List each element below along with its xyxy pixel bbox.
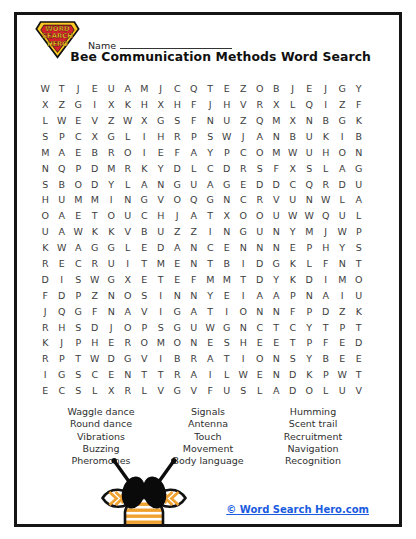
grid-cell: F xyxy=(285,303,302,319)
grid-cell: J xyxy=(169,208,186,224)
grid-cell: I xyxy=(202,224,219,240)
grid-cell: A xyxy=(70,240,87,256)
grid-cell: R xyxy=(103,145,120,161)
grid-cell: L xyxy=(351,208,368,224)
grid-cell: A xyxy=(186,303,203,319)
grid-cell: V xyxy=(120,224,137,240)
grid-cell: O xyxy=(351,272,368,288)
grid-cell: O xyxy=(169,192,186,208)
grid-cell: Q xyxy=(54,303,71,319)
grid-cell: I xyxy=(120,256,137,272)
grid-cell: I xyxy=(87,97,104,113)
grid-cell: B xyxy=(351,129,368,145)
grid-cell: I xyxy=(235,288,252,304)
grid-cell: H xyxy=(318,145,335,161)
grid-cell: I xyxy=(136,129,153,145)
grid-cell: G xyxy=(136,192,153,208)
grid-cell: W xyxy=(120,113,137,129)
grid-cell: L xyxy=(120,240,137,256)
grid-cell: D xyxy=(285,367,302,383)
grid-cell: D xyxy=(318,303,335,319)
grid-cell: P xyxy=(219,145,236,161)
grid-cell: F xyxy=(87,303,104,319)
grid-cell: R xyxy=(120,335,137,351)
grid-cell: U xyxy=(120,208,137,224)
grid-cell: L xyxy=(219,367,236,383)
grid-cell: Y xyxy=(334,240,351,256)
grid-cell: O xyxy=(37,208,54,224)
grid-cell: G xyxy=(120,351,137,367)
grid-cell: Y xyxy=(103,176,120,192)
grid-cell: W xyxy=(285,208,302,224)
grid-cell: J xyxy=(285,81,302,97)
grid-cell: T xyxy=(202,256,219,272)
grid-cell: O xyxy=(301,383,318,399)
grid-cell: V xyxy=(136,351,153,367)
grid-cell: K xyxy=(87,224,104,240)
grid-cell: A xyxy=(186,367,203,383)
grid-cell: R xyxy=(37,351,54,367)
grid-cell: L xyxy=(87,383,104,399)
grid-cell: C xyxy=(54,383,71,399)
grid-cell: U xyxy=(301,129,318,145)
grid-cell: R xyxy=(120,383,137,399)
grid-cell: W xyxy=(202,319,219,335)
grid-cell: R xyxy=(87,256,104,272)
grid-cell: W xyxy=(301,208,318,224)
word-list-item: Scent trail xyxy=(263,418,363,430)
logo-text-hero: HERO xyxy=(47,40,68,48)
grid-cell: O xyxy=(70,176,87,192)
grid-cell: R xyxy=(37,319,54,335)
grid-cell: C xyxy=(136,208,153,224)
grid-cell: A xyxy=(252,129,269,145)
grid-cell: X xyxy=(285,160,302,176)
grid-cell: E xyxy=(219,81,236,97)
grid-cell: C xyxy=(285,319,302,335)
grid-cell: M xyxy=(301,224,318,240)
grid-cell: I xyxy=(334,129,351,145)
grid-cell: G xyxy=(169,176,186,192)
grid-cell: Q xyxy=(318,208,335,224)
grid-cell: N xyxy=(37,160,54,176)
grid-cell: L xyxy=(136,383,153,399)
grid-cell: U xyxy=(285,192,302,208)
word-list-item: Waggle dance xyxy=(45,406,157,418)
grid-cell: I xyxy=(219,303,236,319)
grid-cell: C xyxy=(285,176,302,192)
grid-cell: Y xyxy=(268,272,285,288)
grid-cell: A xyxy=(252,288,269,304)
grid-cell: N xyxy=(252,240,269,256)
grid-cell: P xyxy=(318,367,335,383)
grid-cell: M xyxy=(37,145,54,161)
grid-cell: S xyxy=(70,367,87,383)
grid-cell: D xyxy=(252,176,269,192)
grid-cell: Q xyxy=(252,113,269,129)
grid-cell: K xyxy=(285,272,302,288)
grid-cell: G xyxy=(169,383,186,399)
grid-cell: V xyxy=(153,383,170,399)
grid-cell: A xyxy=(120,303,137,319)
grid-cell: J xyxy=(54,335,71,351)
grid-cell: G xyxy=(268,256,285,272)
grid-cell: K xyxy=(351,113,368,129)
grid-cell: U xyxy=(351,288,368,304)
grid-cell: S xyxy=(136,288,153,304)
grid-cell: E xyxy=(268,335,285,351)
bee-head-icon xyxy=(101,454,187,524)
grid-cell: C xyxy=(235,145,252,161)
grid-cell: S xyxy=(285,351,302,367)
grid-cell: D xyxy=(252,256,269,272)
grid-cell: R xyxy=(169,129,186,145)
grid-cell: N xyxy=(301,113,318,129)
grid-cell: N xyxy=(235,319,252,335)
grid-cell: N xyxy=(186,240,203,256)
grid-cell: A xyxy=(202,351,219,367)
grid-cell: L xyxy=(318,383,335,399)
grid-cell: R xyxy=(169,367,186,383)
grid-cell: N xyxy=(120,192,137,208)
grid-cell: E xyxy=(219,288,236,304)
grid-cell: V xyxy=(186,383,203,399)
grid-cell: N xyxy=(219,192,236,208)
grid-cell: K xyxy=(37,335,54,351)
grid-cell: E xyxy=(136,240,153,256)
grid-cell: T xyxy=(235,272,252,288)
grid-cell: R xyxy=(120,160,137,176)
word-list-item: Vibrations xyxy=(45,431,157,443)
grid-cell: T xyxy=(351,319,368,335)
grid-cell: N xyxy=(301,192,318,208)
grid-cell: X xyxy=(268,97,285,113)
grid-cell: Y xyxy=(202,288,219,304)
grid-cell: L xyxy=(301,256,318,272)
grid-cell: I xyxy=(103,192,120,208)
grid-cell: E xyxy=(70,208,87,224)
grid-cell: R xyxy=(318,176,335,192)
grid-cell: N xyxy=(103,303,120,319)
grid-cell: B xyxy=(219,256,236,272)
grid-cell: U xyxy=(54,192,71,208)
grid-cell: F xyxy=(169,145,186,161)
grid-cell: X xyxy=(153,97,170,113)
grid-cell: D xyxy=(301,272,318,288)
grid-cell: X xyxy=(136,113,153,129)
grid-cell: S xyxy=(70,272,87,288)
grid-cell: U xyxy=(153,224,170,240)
grid-cell: I xyxy=(334,288,351,304)
grid-cell: J xyxy=(70,81,87,97)
grid-cell: G xyxy=(103,129,120,145)
grid-cell: A xyxy=(54,224,71,240)
grid-cell: E xyxy=(334,351,351,367)
grid-cell: M xyxy=(87,192,104,208)
word-list-column-3: Humming Scent trail Recruitment Navigati… xyxy=(263,406,363,467)
grid-cell: O xyxy=(120,319,137,335)
grid-cell: M xyxy=(103,160,120,176)
grid-cell: Y xyxy=(301,319,318,335)
grid-cell: N xyxy=(186,335,203,351)
grid-cell: D xyxy=(169,160,186,176)
grid-cell: S xyxy=(351,240,368,256)
grid-cell: P xyxy=(70,335,87,351)
grid-cell: N xyxy=(169,288,186,304)
grid-cell: O xyxy=(252,208,269,224)
grid-cell: U xyxy=(186,319,203,335)
grid-cell: V xyxy=(87,113,104,129)
grid-cell: Z xyxy=(54,97,71,113)
grid-cell: E xyxy=(103,335,120,351)
grid-cell: C xyxy=(202,240,219,256)
grid-cell: N xyxy=(235,240,252,256)
grid-cell: W xyxy=(87,351,104,367)
grid-cell: T xyxy=(87,208,104,224)
grid-cell: X xyxy=(285,113,302,129)
grid-cell: A xyxy=(268,383,285,399)
grid-cell: X xyxy=(37,97,54,113)
grid-cell: S xyxy=(202,129,219,145)
grid-cell: T xyxy=(202,208,219,224)
grid-cell: E xyxy=(54,256,71,272)
grid-cell: T xyxy=(202,303,219,319)
grid-cell: B xyxy=(318,351,335,367)
grid-cell: C xyxy=(252,319,269,335)
copyright-link[interactable]: © Word Search Hero.com xyxy=(226,504,369,515)
grid-cell: G xyxy=(103,272,120,288)
grid-cell: F xyxy=(186,113,203,129)
grid-cell: S xyxy=(70,383,87,399)
grid-cell: E xyxy=(37,383,54,399)
grid-cell: E xyxy=(153,145,170,161)
grid-cell: J xyxy=(318,81,335,97)
worksheet-border-frame: WORD SEARCH HERO Name Bee Communication … xyxy=(14,12,402,527)
grid-cell: N xyxy=(153,176,170,192)
grid-cell: J xyxy=(37,303,54,319)
grid-cell: F xyxy=(186,97,203,113)
grid-cell: T xyxy=(351,256,368,272)
grid-cell: E xyxy=(334,335,351,351)
grid-cell: W xyxy=(37,81,54,97)
grid-cell: A xyxy=(120,81,137,97)
grid-cell: F xyxy=(351,97,368,113)
grid-cell: R xyxy=(235,160,252,176)
grid-cell: E xyxy=(103,367,120,383)
grid-cell: K xyxy=(103,224,120,240)
grid-cell: D xyxy=(87,319,104,335)
grid-cell: S xyxy=(301,160,318,176)
grid-cell: O xyxy=(235,303,252,319)
grid-cell: V xyxy=(136,303,153,319)
grid-cell: G xyxy=(103,240,120,256)
grid-cell: F xyxy=(202,383,219,399)
grid-cell: C xyxy=(70,256,87,272)
grid-cell: K xyxy=(285,256,302,272)
grid-cell: Q xyxy=(54,160,71,176)
name-blank-line xyxy=(120,39,232,49)
grid-cell: E xyxy=(252,335,269,351)
grid-cell: S xyxy=(37,129,54,145)
grid-cell: G xyxy=(334,113,351,129)
grid-cell: W xyxy=(334,224,351,240)
grid-cell: G xyxy=(235,224,252,240)
grid-cell: U xyxy=(351,176,368,192)
grid-cell: L xyxy=(285,97,302,113)
grid-cell: S xyxy=(37,176,54,192)
grid-cell: A xyxy=(136,176,153,192)
grid-cell: F xyxy=(318,335,335,351)
grid-cell: W xyxy=(235,367,252,383)
grid-cell: H xyxy=(54,319,71,335)
grid-cell: Q xyxy=(186,81,203,97)
grid-cell: Z xyxy=(235,81,252,97)
grid-cell: Z xyxy=(103,113,120,129)
grid-cell: G xyxy=(169,319,186,335)
grid-cell: G xyxy=(351,160,368,176)
grid-cell: H xyxy=(153,208,170,224)
grid-cell: B xyxy=(136,224,153,240)
grid-cell: K xyxy=(136,160,153,176)
grid-cell: E xyxy=(169,272,186,288)
grid-cell: E xyxy=(252,367,269,383)
grid-cell: S xyxy=(153,319,170,335)
grid-cell: X xyxy=(103,97,120,113)
grid-cell: N xyxy=(268,240,285,256)
grid-cell: U xyxy=(219,113,236,129)
grid-cell: A xyxy=(268,288,285,304)
grid-cell: P xyxy=(301,303,318,319)
grid-cell: O xyxy=(120,145,137,161)
grid-cell: R xyxy=(252,192,269,208)
grid-cell: G xyxy=(153,113,170,129)
grid-cell: Z xyxy=(169,224,186,240)
grid-cell: K xyxy=(351,303,368,319)
grid-cell: D xyxy=(54,288,71,304)
grid-cell: C xyxy=(70,129,87,145)
grid-cell: I xyxy=(202,367,219,383)
grid-cell: V xyxy=(351,383,368,399)
grid-cell: E xyxy=(351,351,368,367)
grid-cell: N xyxy=(120,367,137,383)
grid-cell: U xyxy=(301,145,318,161)
grid-cell: A xyxy=(186,208,203,224)
grid-cell: Y xyxy=(285,224,302,240)
word-list-item: Signals xyxy=(163,406,253,418)
grid-cell: K xyxy=(120,97,137,113)
grid-cell: J xyxy=(103,319,120,335)
grid-cell: T xyxy=(136,256,153,272)
grid-cell: P xyxy=(70,160,87,176)
grid-cell: S xyxy=(219,335,236,351)
grid-cell: D xyxy=(219,160,236,176)
grid-cell: D xyxy=(351,335,368,351)
grid-cell: G xyxy=(202,192,219,208)
grid-cell: N xyxy=(186,256,203,272)
grid-cell: V xyxy=(235,97,252,113)
word-list-item: Recognition xyxy=(263,455,363,467)
grid-cell: N xyxy=(252,303,269,319)
grid-cell: N xyxy=(334,256,351,272)
grid-cell: H xyxy=(318,240,335,256)
grid-cell: Z xyxy=(186,224,203,240)
word-list-item: Humming xyxy=(263,406,363,418)
grid-cell: E xyxy=(70,113,87,129)
grid-cell: H xyxy=(37,192,54,208)
grid-cell: N xyxy=(268,224,285,240)
grid-cell: M xyxy=(202,272,219,288)
grid-cell: S xyxy=(252,160,269,176)
grid-cell: O xyxy=(235,208,252,224)
grid-cell: X xyxy=(103,383,120,399)
grid-cell: N xyxy=(301,288,318,304)
grid-cell: T xyxy=(219,351,236,367)
grid-cell: P xyxy=(285,288,302,304)
grid-cell: F xyxy=(186,272,203,288)
grid-cell: M xyxy=(153,256,170,272)
grid-cell: G xyxy=(219,176,236,192)
grid-cell: W xyxy=(285,145,302,161)
grid-cell: E xyxy=(202,335,219,351)
grid-cell: Y xyxy=(301,351,318,367)
grid-cell: K xyxy=(318,129,335,145)
grid-cell: G xyxy=(219,319,236,335)
grid-cell: N xyxy=(268,367,285,383)
grid-cell: J xyxy=(202,97,219,113)
grid-cell: O xyxy=(136,335,153,351)
grid-cell: S xyxy=(235,383,252,399)
grid-cell: W xyxy=(54,240,71,256)
grid-cell: M xyxy=(153,335,170,351)
grid-cell: A xyxy=(54,145,71,161)
grid-cell: H xyxy=(219,97,236,113)
grid-cell: R xyxy=(186,351,203,367)
grid-cell: P xyxy=(70,288,87,304)
grid-cell: D xyxy=(87,160,104,176)
page-title: Bee Communication Methods Word Search xyxy=(70,49,371,64)
grid-cell: I xyxy=(318,272,335,288)
grid-cell: I xyxy=(136,145,153,161)
grid-cell: F xyxy=(318,256,335,272)
word-list-item: Recruitment xyxy=(263,431,363,443)
grid-cell: N xyxy=(268,129,285,145)
grid-cell: M xyxy=(268,145,285,161)
grid-cell: K xyxy=(37,240,54,256)
grid-cell: X xyxy=(120,272,137,288)
grid-cell: J xyxy=(318,224,335,240)
grid-cell: U xyxy=(186,176,203,192)
grid-cell: D xyxy=(37,272,54,288)
grid-cell: P xyxy=(301,240,318,256)
grid-cell: U xyxy=(103,256,120,272)
grid-cell: F xyxy=(37,288,54,304)
grid-cell: B xyxy=(268,81,285,97)
grid-cell: T xyxy=(202,81,219,97)
grid-cell: M xyxy=(219,272,236,288)
grid-cell: H xyxy=(136,97,153,113)
grid-cell: Z xyxy=(334,303,351,319)
grid-cell: O xyxy=(252,81,269,97)
grid-cell: V xyxy=(268,192,285,208)
grid-cell: N xyxy=(186,288,203,304)
grid-cell: D xyxy=(103,351,120,367)
grid-cell: T xyxy=(54,81,71,97)
grid-cell: R xyxy=(37,256,54,272)
grid-cell: L xyxy=(37,113,54,129)
grid-cell: G xyxy=(70,303,87,319)
grid-cell: T xyxy=(153,367,170,383)
grid-cell: W xyxy=(334,367,351,383)
